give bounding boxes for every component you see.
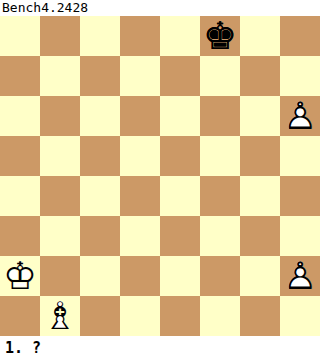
- white-pawn-outline-glyph: ♙: [280, 256, 320, 296]
- square-f4[interactable]: [200, 176, 240, 216]
- square-b2[interactable]: [40, 256, 80, 296]
- square-d8[interactable]: [120, 16, 160, 56]
- square-e1[interactable]: [160, 296, 200, 336]
- square-h3[interactable]: [280, 216, 320, 256]
- white-king-outline-glyph: ♔: [0, 256, 40, 296]
- square-d7[interactable]: [120, 56, 160, 96]
- square-c7[interactable]: [80, 56, 120, 96]
- square-f7[interactable]: [200, 56, 240, 96]
- square-e6[interactable]: [160, 96, 200, 136]
- square-h7[interactable]: [280, 56, 320, 96]
- square-d3[interactable]: [120, 216, 160, 256]
- square-a5[interactable]: [0, 136, 40, 176]
- square-a3[interactable]: [0, 216, 40, 256]
- square-b4[interactable]: [40, 176, 80, 216]
- piece-white-pawn[interactable]: ♟♙: [280, 256, 320, 296]
- square-d4[interactable]: [120, 176, 160, 216]
- square-f5[interactable]: [200, 136, 240, 176]
- square-f3[interactable]: [200, 216, 240, 256]
- square-f1[interactable]: [200, 296, 240, 336]
- square-c4[interactable]: [80, 176, 120, 216]
- white-bishop-outline-glyph: ♗: [40, 296, 80, 336]
- piece-black-king[interactable]: ♚♚: [200, 16, 240, 56]
- square-c8[interactable]: [80, 16, 120, 56]
- square-b5[interactable]: [40, 136, 80, 176]
- square-g1[interactable]: [240, 296, 280, 336]
- square-f8[interactable]: ♚♚: [200, 16, 240, 56]
- square-f2[interactable]: [200, 256, 240, 296]
- square-g6[interactable]: [240, 96, 280, 136]
- square-a7[interactable]: [0, 56, 40, 96]
- square-d1[interactable]: [120, 296, 160, 336]
- square-b8[interactable]: [40, 16, 80, 56]
- move-prompt: 1. ?: [5, 339, 41, 357]
- square-c1[interactable]: [80, 296, 120, 336]
- square-a6[interactable]: [0, 96, 40, 136]
- square-e8[interactable]: [160, 16, 200, 56]
- status-bar: 1. ?: [0, 336, 320, 360]
- square-d2[interactable]: [120, 256, 160, 296]
- square-c3[interactable]: [80, 216, 120, 256]
- square-b3[interactable]: [40, 216, 80, 256]
- square-g8[interactable]: [240, 16, 280, 56]
- square-e7[interactable]: [160, 56, 200, 96]
- square-f6[interactable]: [200, 96, 240, 136]
- white-pawn-outline-glyph: ♙: [280, 96, 320, 136]
- piece-white-bishop[interactable]: ♝♗: [40, 296, 80, 336]
- square-h8[interactable]: [280, 16, 320, 56]
- square-b1[interactable]: ♝♗: [40, 296, 80, 336]
- square-g5[interactable]: [240, 136, 280, 176]
- piece-white-king[interactable]: ♚♔: [0, 256, 40, 296]
- square-b6[interactable]: [40, 96, 80, 136]
- black-king-outline-glyph: ♚: [200, 16, 240, 56]
- square-b7[interactable]: [40, 56, 80, 96]
- square-c5[interactable]: [80, 136, 120, 176]
- square-d6[interactable]: [120, 96, 160, 136]
- square-e5[interactable]: [160, 136, 200, 176]
- square-g4[interactable]: [240, 176, 280, 216]
- square-a4[interactable]: [0, 176, 40, 216]
- square-h5[interactable]: [280, 136, 320, 176]
- square-h2[interactable]: ♟♙: [280, 256, 320, 296]
- square-a2[interactable]: ♚♔: [0, 256, 40, 296]
- chess-app-window: Bench4.2428 ♚♚♟♙♚♔♟♙♝♗ 1. ?: [0, 0, 320, 360]
- square-c2[interactable]: [80, 256, 120, 296]
- square-a1[interactable]: [0, 296, 40, 336]
- piece-white-pawn[interactable]: ♟♙: [280, 96, 320, 136]
- title-bar: Bench4.2428: [0, 0, 320, 16]
- square-a8[interactable]: [0, 16, 40, 56]
- chess-board: ♚♚♟♙♚♔♟♙♝♗: [0, 16, 320, 336]
- square-h4[interactable]: [280, 176, 320, 216]
- square-h6[interactable]: ♟♙: [280, 96, 320, 136]
- square-d5[interactable]: [120, 136, 160, 176]
- square-e3[interactable]: [160, 216, 200, 256]
- square-h1[interactable]: [280, 296, 320, 336]
- square-g2[interactable]: [240, 256, 280, 296]
- square-e2[interactable]: [160, 256, 200, 296]
- square-c6[interactable]: [80, 96, 120, 136]
- square-g3[interactable]: [240, 216, 280, 256]
- square-e4[interactable]: [160, 176, 200, 216]
- square-g7[interactable]: [240, 56, 280, 96]
- position-title: Bench4.2428: [2, 0, 88, 16]
